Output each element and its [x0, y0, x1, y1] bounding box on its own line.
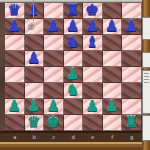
black-knight-icon[interactable]: ♞	[64, 33, 83, 51]
file-label-a: a	[5, 134, 25, 140]
white-queen-icon[interactable]: ♛	[25, 113, 44, 131]
white-king-icon[interactable]: ♚	[44, 113, 63, 131]
square-c7[interactable]: ♟	[44, 19, 64, 35]
file-label-d: d	[64, 134, 84, 140]
background-window-sliver-2[interactable]	[142, 52, 150, 68]
square-e4[interactable]	[83, 67, 103, 83]
white-rook-icon[interactable]: ♜	[122, 113, 141, 131]
chess-app-window: ♛♝♜♚♟♟♟♟♟♟♞♝♟♟♞♟♟♟♟♟♛♚♜ abcdefg ☝	[0, 0, 150, 150]
square-f4[interactable]	[103, 67, 123, 83]
white-pawn-icon[interactable]: ♟	[103, 97, 122, 115]
panel-text-line	[144, 82, 149, 83]
square-e6[interactable]: ♝	[83, 35, 103, 51]
square-g3[interactable]	[122, 83, 142, 99]
square-g7[interactable]: ♟	[122, 19, 142, 35]
square-c5[interactable]	[44, 51, 64, 67]
square-f6[interactable]	[103, 35, 123, 51]
black-pawn-icon[interactable]: ♟	[103, 17, 122, 35]
square-a5[interactable]	[5, 51, 25, 67]
panel-text-line	[144, 79, 149, 80]
file-label-b: b	[25, 134, 45, 140]
panel-text-line	[144, 73, 149, 74]
background-window-sliver-3[interactable]	[142, 70, 150, 114]
square-e5[interactable]	[83, 51, 103, 67]
file-label-e: e	[83, 134, 103, 140]
square-f7[interactable]: ♟	[103, 19, 123, 35]
square-g4[interactable]	[122, 67, 142, 83]
square-g6[interactable]	[122, 35, 142, 51]
square-a7[interactable]: ♟	[5, 19, 25, 35]
black-pawn-icon[interactable]: ♟	[44, 17, 63, 35]
file-label-f: f	[103, 134, 123, 140]
black-pawn-icon[interactable]: ♟	[25, 49, 44, 67]
square-a2[interactable]: ♟	[5, 99, 25, 115]
square-e1[interactable]	[83, 115, 103, 131]
square-a4[interactable]	[5, 67, 25, 83]
white-pawn-icon[interactable]: ♟	[5, 97, 24, 115]
background-window-sliver-4[interactable]	[142, 115, 150, 141]
square-c1[interactable]: ♚	[44, 115, 64, 131]
square-a1[interactable]	[5, 115, 25, 131]
square-b8[interactable]: ♝	[25, 3, 45, 19]
chess-board: ♛♝♜♚♟♟♟♟♟♟♞♝♟♟♞♟♟♟♟♟♛♚♜	[5, 3, 143, 131]
white-pawn-icon[interactable]: ♟	[83, 97, 102, 115]
square-g5[interactable]	[122, 51, 142, 67]
square-e2[interactable]: ♟	[83, 99, 103, 115]
square-f1[interactable]	[103, 115, 123, 131]
square-d6[interactable]: ♞	[64, 35, 84, 51]
square-g1[interactable]: ♜	[122, 115, 142, 131]
square-c4[interactable]	[44, 67, 64, 83]
square-c6[interactable]	[44, 35, 64, 51]
black-pawn-icon[interactable]: ♟	[122, 17, 141, 35]
black-bishop-icon[interactable]: ♝	[83, 33, 102, 51]
panel-text-line	[144, 76, 149, 77]
black-pawn-icon[interactable]: ♟	[5, 17, 24, 35]
file-label-c: c	[44, 134, 64, 140]
hand-cursor-icon: ☝	[28, 19, 33, 33]
square-d3[interactable]: ♞	[64, 83, 84, 99]
file-label-g: g	[122, 134, 142, 140]
cursor-stem-line	[33, 0, 34, 21]
square-b5[interactable]: ♟	[25, 51, 45, 67]
square-b4[interactable]	[25, 67, 45, 83]
background-window-sliver-1[interactable]	[142, 17, 150, 40]
square-b1[interactable]: ♛	[25, 115, 45, 131]
white-knight-icon[interactable]: ♞	[64, 81, 83, 99]
square-d2[interactable]	[64, 99, 84, 115]
square-f5[interactable]	[103, 51, 123, 67]
square-a6[interactable]	[5, 35, 25, 51]
square-f2[interactable]: ♟	[103, 99, 123, 115]
square-d1[interactable]	[64, 115, 84, 131]
